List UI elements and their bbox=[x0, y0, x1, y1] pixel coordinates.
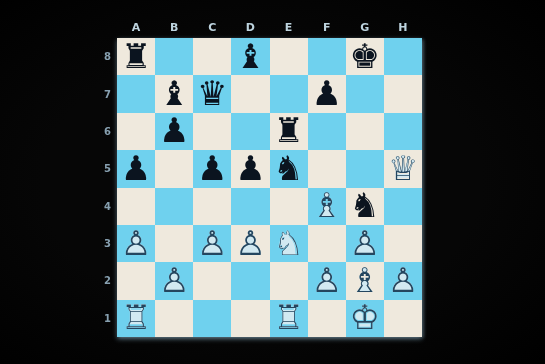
piece-glyph: ♝ bbox=[155, 75, 193, 112]
square-b8[interactable] bbox=[155, 38, 193, 75]
white-queen-piece: ♛♕ bbox=[384, 150, 422, 187]
square-h4[interactable] bbox=[384, 188, 422, 225]
black-pawn-piece: ♟ bbox=[193, 150, 231, 187]
piece-outline-glyph: ♙ bbox=[308, 262, 346, 299]
file-label-h: H bbox=[398, 21, 407, 34]
square-e2[interactable] bbox=[270, 262, 308, 299]
square-e1[interactable]: ♜♖ bbox=[270, 300, 308, 337]
piece-glyph: ♞ bbox=[270, 150, 308, 187]
piece-glyph: ♛ bbox=[193, 75, 231, 112]
black-rook-piece: ♜ bbox=[270, 113, 308, 150]
piece-outline-glyph: ♕ bbox=[384, 150, 422, 187]
square-d5[interactable]: ♟ bbox=[231, 150, 269, 187]
piece-glyph: ♟ bbox=[308, 75, 346, 112]
black-bishop-piece: ♝ bbox=[155, 75, 193, 112]
piece-outline-glyph: ♖ bbox=[117, 300, 155, 337]
white-pawn-piece: ♟♙ bbox=[117, 225, 155, 262]
square-b5[interactable] bbox=[155, 150, 193, 187]
rank-label-3: 3 bbox=[104, 238, 111, 249]
square-g1[interactable]: ♚♔ bbox=[346, 300, 384, 337]
file-label-e: E bbox=[285, 21, 293, 34]
square-b2[interactable]: ♟♙ bbox=[155, 262, 193, 299]
white-rook-piece: ♜♖ bbox=[117, 300, 155, 337]
piece-outline-glyph: ♙ bbox=[117, 225, 155, 262]
file-labels: ABCDEFGH bbox=[117, 19, 422, 35]
square-a8[interactable]: ♜ bbox=[117, 38, 155, 75]
square-a1[interactable]: ♜♖ bbox=[117, 300, 155, 337]
black-pawn-piece: ♟ bbox=[231, 150, 269, 187]
square-b4[interactable] bbox=[155, 188, 193, 225]
piece-glyph: ♞ bbox=[346, 188, 384, 225]
black-pawn-piece: ♟ bbox=[117, 150, 155, 187]
piece-outline-glyph: ♙ bbox=[155, 262, 193, 299]
black-knight-piece: ♞ bbox=[270, 150, 308, 187]
square-f7[interactable]: ♟ bbox=[308, 75, 346, 112]
piece-outline-glyph: ♙ bbox=[346, 225, 384, 262]
rank-label-1: 1 bbox=[104, 313, 111, 324]
square-c6[interactable] bbox=[193, 113, 231, 150]
piece-outline-glyph: ♙ bbox=[384, 262, 422, 299]
piece-outline-glyph: ♔ bbox=[346, 300, 384, 337]
square-e6[interactable]: ♜ bbox=[270, 113, 308, 150]
square-h8[interactable] bbox=[384, 38, 422, 75]
square-c5[interactable]: ♟ bbox=[193, 150, 231, 187]
black-rook-piece: ♜ bbox=[117, 38, 155, 75]
piece-glyph: ♟ bbox=[117, 150, 155, 187]
square-a4[interactable] bbox=[117, 188, 155, 225]
piece-glyph: ♚ bbox=[346, 38, 384, 75]
square-c3[interactable]: ♟♙ bbox=[193, 225, 231, 262]
black-king-piece: ♚ bbox=[346, 38, 384, 75]
white-bishop-piece: ♝♗ bbox=[346, 262, 384, 299]
square-b7[interactable]: ♝ bbox=[155, 75, 193, 112]
square-h2[interactable]: ♟♙ bbox=[384, 262, 422, 299]
white-rook-piece: ♜♖ bbox=[270, 300, 308, 337]
white-pawn-piece: ♟♙ bbox=[155, 262, 193, 299]
file-label-g: G bbox=[360, 21, 369, 34]
square-d4[interactable] bbox=[231, 188, 269, 225]
square-f3[interactable] bbox=[308, 225, 346, 262]
piece-glyph: ♝ bbox=[231, 38, 269, 75]
piece-outline-glyph: ♖ bbox=[270, 300, 308, 337]
piece-glyph: ♟ bbox=[193, 150, 231, 187]
white-pawn-piece: ♟♙ bbox=[231, 225, 269, 262]
square-d3[interactable]: ♟♙ bbox=[231, 225, 269, 262]
square-f5[interactable] bbox=[308, 150, 346, 187]
piece-outline-glyph: ♗ bbox=[346, 262, 384, 299]
square-b1[interactable] bbox=[155, 300, 193, 337]
white-knight-piece: ♞♘ bbox=[270, 225, 308, 262]
black-pawn-piece: ♟ bbox=[308, 75, 346, 112]
piece-outline-glyph: ♙ bbox=[231, 225, 269, 262]
square-e7[interactable] bbox=[270, 75, 308, 112]
square-f2[interactable]: ♟♙ bbox=[308, 262, 346, 299]
square-g2[interactable]: ♝♗ bbox=[346, 262, 384, 299]
square-h1[interactable] bbox=[384, 300, 422, 337]
square-e8[interactable] bbox=[270, 38, 308, 75]
black-pawn-piece: ♟ bbox=[155, 113, 193, 150]
square-d2[interactable] bbox=[231, 262, 269, 299]
square-c8[interactable] bbox=[193, 38, 231, 75]
piece-outline-glyph: ♘ bbox=[270, 225, 308, 262]
square-h7[interactable] bbox=[384, 75, 422, 112]
rank-labels: 87654321 bbox=[100, 38, 115, 337]
square-e3[interactable]: ♞♘ bbox=[270, 225, 308, 262]
rank-label-6: 6 bbox=[104, 126, 111, 137]
piece-glyph: ♟ bbox=[231, 150, 269, 187]
square-d8[interactable]: ♝ bbox=[231, 38, 269, 75]
square-a7[interactable] bbox=[117, 75, 155, 112]
white-pawn-piece: ♟♙ bbox=[308, 262, 346, 299]
square-d6[interactable] bbox=[231, 113, 269, 150]
piece-glyph: ♟ bbox=[155, 113, 193, 150]
black-queen-piece: ♛ bbox=[193, 75, 231, 112]
square-d1[interactable] bbox=[231, 300, 269, 337]
square-g8[interactable]: ♚ bbox=[346, 38, 384, 75]
piece-outline-glyph: ♙ bbox=[193, 225, 231, 262]
piece-outline-glyph: ♗ bbox=[308, 188, 346, 225]
square-b6[interactable]: ♟ bbox=[155, 113, 193, 150]
square-c1[interactable] bbox=[193, 300, 231, 337]
square-e5[interactable]: ♞ bbox=[270, 150, 308, 187]
black-knight-piece: ♞ bbox=[346, 188, 384, 225]
file-label-a: A bbox=[132, 21, 141, 34]
square-g3[interactable]: ♟♙ bbox=[346, 225, 384, 262]
square-c7[interactable]: ♛ bbox=[193, 75, 231, 112]
rank-label-5: 5 bbox=[104, 163, 111, 174]
square-g6[interactable] bbox=[346, 113, 384, 150]
file-label-c: C bbox=[208, 21, 216, 34]
square-f6[interactable] bbox=[308, 113, 346, 150]
rank-label-4: 4 bbox=[104, 201, 111, 212]
rank-label-7: 7 bbox=[104, 89, 111, 100]
piece-glyph: ♜ bbox=[270, 113, 308, 150]
white-bishop-piece: ♝♗ bbox=[308, 188, 346, 225]
square-d7[interactable] bbox=[231, 75, 269, 112]
file-label-b: B bbox=[170, 21, 178, 34]
file-label-d: D bbox=[246, 21, 255, 34]
white-pawn-piece: ♟♙ bbox=[193, 225, 231, 262]
rank-label-2: 2 bbox=[104, 275, 111, 286]
square-a3[interactable]: ♟♙ bbox=[117, 225, 155, 262]
white-pawn-piece: ♟♙ bbox=[346, 225, 384, 262]
square-c4[interactable] bbox=[193, 188, 231, 225]
black-bishop-piece: ♝ bbox=[231, 38, 269, 75]
square-e4[interactable] bbox=[270, 188, 308, 225]
square-a5[interactable]: ♟ bbox=[117, 150, 155, 187]
square-f8[interactable] bbox=[308, 38, 346, 75]
square-g5[interactable] bbox=[346, 150, 384, 187]
white-king-piece: ♚♔ bbox=[346, 300, 384, 337]
square-g7[interactable] bbox=[346, 75, 384, 112]
chess-board: ♜♝♚♝♛♟♟♜♟♟♟♞♛♕♝♗♞♟♙♟♙♟♙♞♘♟♙♟♙♟♙♝♗♟♙♜♖♜♖♚… bbox=[117, 38, 422, 337]
square-c2[interactable] bbox=[193, 262, 231, 299]
square-h6[interactable] bbox=[384, 113, 422, 150]
square-b3[interactable] bbox=[155, 225, 193, 262]
video-frame: ABCDEFGH 87654321 ♜♝♚♝♛♟♟♜♟♟♟♞♛♕♝♗♞♟♙♟♙♟… bbox=[0, 0, 545, 364]
square-a2[interactable] bbox=[117, 262, 155, 299]
square-g4[interactable]: ♞ bbox=[346, 188, 384, 225]
square-h3[interactable] bbox=[384, 225, 422, 262]
square-f4[interactable]: ♝♗ bbox=[308, 188, 346, 225]
rank-label-8: 8 bbox=[104, 51, 111, 62]
square-h5[interactable]: ♛♕ bbox=[384, 150, 422, 187]
file-label-f: F bbox=[323, 21, 331, 34]
square-f1[interactable] bbox=[308, 300, 346, 337]
piece-glyph: ♜ bbox=[117, 38, 155, 75]
white-pawn-piece: ♟♙ bbox=[384, 262, 422, 299]
square-a6[interactable] bbox=[117, 113, 155, 150]
